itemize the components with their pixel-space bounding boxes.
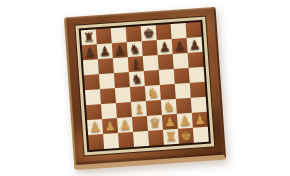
- square-h6[interactable]: [188, 51, 204, 67]
- square-g1[interactable]: ♚: [178, 127, 194, 143]
- square-h8[interactable]: [186, 21, 202, 37]
- square-g7[interactable]: ♟: [172, 37, 188, 53]
- board-playing-surface: ♜♚♟♟♟♞♟♟♟♝♞♞♝♞♟♟♟♛♟♟♟♜♚: [79, 19, 211, 151]
- photo-background: ♜♚♟♟♟♞♟♟♟♝♞♞♝♞♟♟♟♛♟♟♟♜♚: [0, 0, 290, 176]
- square-a6[interactable]: [83, 59, 99, 75]
- square-b4[interactable]: [100, 88, 116, 104]
- white-bishop[interactable]: ♝: [133, 101, 146, 117]
- white-pawn[interactable]: ♟: [164, 113, 177, 129]
- square-c2[interactable]: ♟: [117, 116, 133, 132]
- black-pawn[interactable]: ♟: [158, 39, 171, 55]
- white-knight[interactable]: ♞: [146, 85, 159, 101]
- square-e5[interactable]: [144, 69, 160, 85]
- white-pawn[interactable]: ♟: [89, 119, 102, 135]
- white-rook[interactable]: ♜: [165, 128, 178, 144]
- square-c4[interactable]: [115, 87, 131, 103]
- square-h4[interactable]: [190, 81, 206, 97]
- square-b7[interactable]: ♟: [97, 43, 113, 59]
- square-b5[interactable]: [99, 73, 115, 89]
- square-f2[interactable]: ♟: [162, 113, 178, 129]
- square-g4[interactable]: [175, 82, 191, 98]
- square-f8[interactable]: [156, 24, 172, 40]
- square-h1[interactable]: [193, 126, 209, 142]
- square-a5[interactable]: [84, 74, 100, 90]
- black-knight[interactable]: ♞: [128, 41, 141, 57]
- square-g3[interactable]: [176, 97, 192, 113]
- square-g2[interactable]: ♟: [177, 112, 193, 128]
- square-h3[interactable]: [191, 96, 207, 112]
- square-b8[interactable]: [96, 28, 112, 44]
- square-e2[interactable]: ♛: [147, 114, 163, 130]
- square-d8[interactable]: [126, 26, 142, 42]
- black-pawn[interactable]: ♟: [84, 44, 97, 60]
- square-b3[interactable]: [101, 103, 117, 119]
- chess-board: ♜♚♟♟♟♞♟♟♟♝♞♞♝♞♟♟♟♛♟♟♟♜♚: [64, 6, 226, 169]
- square-c5[interactable]: [114, 72, 130, 88]
- square-d3[interactable]: ♝: [131, 100, 147, 116]
- square-d1[interactable]: [133, 130, 149, 146]
- square-e4[interactable]: ♞: [145, 84, 161, 100]
- black-pawn[interactable]: ♟: [113, 42, 126, 58]
- white-pawn[interactable]: ♟: [104, 118, 117, 134]
- square-b6[interactable]: [98, 58, 114, 74]
- square-f3[interactable]: ♞: [161, 98, 177, 114]
- square-b1[interactable]: [103, 132, 119, 148]
- square-f4[interactable]: [160, 83, 176, 99]
- square-h2[interactable]: ♟: [192, 111, 208, 127]
- square-c7[interactable]: ♟: [112, 42, 128, 58]
- square-d7[interactable]: ♞: [127, 41, 143, 57]
- square-a4[interactable]: [85, 89, 101, 105]
- square-e8[interactable]: ♚: [141, 25, 157, 41]
- white-pawn[interactable]: ♟: [193, 111, 206, 127]
- square-f7[interactable]: ♟: [157, 39, 173, 55]
- square-f5[interactable]: [159, 68, 175, 84]
- black-pawn[interactable]: ♟: [173, 38, 186, 54]
- square-b2[interactable]: ♟: [102, 118, 118, 134]
- white-queen[interactable]: ♛: [149, 115, 162, 131]
- square-h7[interactable]: ♟: [187, 36, 203, 52]
- black-rook[interactable]: ♜: [82, 29, 95, 45]
- black-pawn[interactable]: ♟: [98, 43, 111, 59]
- square-h5[interactable]: [189, 66, 205, 82]
- black-knight[interactable]: ♞: [130, 71, 143, 87]
- square-d4[interactable]: [130, 86, 146, 102]
- burl-wood-frame: ♜♚♟♟♟♞♟♟♟♝♞♞♝♞♟♟♟♛♟♟♟♜♚: [64, 6, 226, 169]
- square-e7[interactable]: [142, 40, 158, 56]
- square-d6[interactable]: ♝: [128, 56, 144, 72]
- square-d5[interactable]: ♞: [129, 71, 145, 87]
- white-king[interactable]: ♚: [180, 127, 193, 143]
- black-king[interactable]: ♚: [142, 25, 155, 41]
- square-a7[interactable]: ♟: [82, 44, 98, 60]
- white-pawn[interactable]: ♟: [119, 117, 132, 133]
- square-c6[interactable]: [113, 57, 129, 73]
- square-d2[interactable]: [132, 115, 148, 131]
- square-a8[interactable]: ♜: [81, 29, 97, 45]
- square-g5[interactable]: [174, 67, 190, 83]
- square-c1[interactable]: [118, 131, 134, 147]
- square-f1[interactable]: ♜: [163, 128, 179, 144]
- square-f6[interactable]: [158, 53, 174, 69]
- square-e3[interactable]: [146, 99, 162, 115]
- square-a1[interactable]: [88, 134, 104, 150]
- square-a3[interactable]: [86, 104, 102, 120]
- board-grid: ♜♚♟♟♟♞♟♟♟♝♞♞♝♞♟♟♟♛♟♟♟♜♚: [81, 21, 209, 149]
- square-g8[interactable]: [171, 23, 187, 39]
- square-c8[interactable]: [111, 27, 127, 43]
- white-pawn[interactable]: ♟: [179, 112, 192, 128]
- square-c3[interactable]: [116, 102, 132, 118]
- square-e6[interactable]: [143, 55, 159, 71]
- black-bishop[interactable]: ♝: [129, 56, 142, 72]
- white-knight[interactable]: ♞: [163, 98, 176, 114]
- square-e1[interactable]: [148, 129, 164, 145]
- square-g6[interactable]: [173, 52, 189, 68]
- square-a2[interactable]: ♟: [87, 119, 103, 135]
- black-pawn[interactable]: ♟: [188, 37, 201, 53]
